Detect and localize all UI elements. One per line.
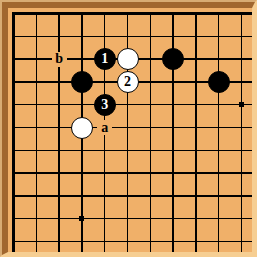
grid-line-vertical (241, 12, 242, 252)
black-stone-move-3: 3 (94, 94, 116, 116)
point-label-a: a (97, 120, 112, 135)
star-point (79, 216, 84, 221)
go-diagram-bevel: ba123 (2, 2, 255, 255)
grid-line-horizontal (12, 195, 252, 196)
grid-line-vertical (58, 12, 59, 252)
black-stone-move-1: 1 (94, 48, 116, 70)
grid-line-horizontal (12, 36, 252, 37)
grid-line-vertical (150, 12, 151, 252)
white-stone (117, 48, 139, 70)
go-board: ba123 (8, 8, 252, 252)
grid-line-horizontal (12, 104, 252, 105)
grid-line-horizontal (12, 218, 252, 219)
grid-line-vertical (36, 12, 37, 252)
board-edge-line-left (12, 12, 15, 252)
white-stone-move-2: 2 (117, 71, 139, 93)
white-stone (71, 117, 93, 139)
grid-line-horizontal (12, 127, 252, 128)
black-stone (71, 71, 93, 93)
grid-line-horizontal (12, 150, 252, 151)
grid-line-vertical (195, 12, 196, 252)
point-label-b: b (52, 52, 67, 67)
black-stone (208, 71, 230, 93)
grid-line-vertical (218, 12, 219, 252)
board-edge-line-top (12, 12, 252, 15)
black-stone (162, 48, 184, 70)
star-point (239, 102, 244, 107)
grid-line-horizontal (12, 241, 252, 242)
go-diagram-frame: ba123 (0, 0, 257, 257)
grid-line-horizontal (12, 172, 252, 173)
